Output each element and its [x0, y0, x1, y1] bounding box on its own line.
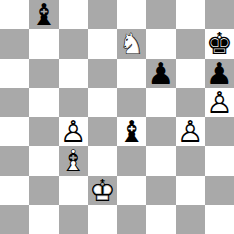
square-b7[interactable]: [29, 29, 58, 58]
square-f8[interactable]: [146, 0, 175, 29]
square-e6[interactable]: [117, 59, 146, 88]
white-pawn: ♙: [205, 88, 234, 117]
white-knight: ♘: [117, 29, 146, 58]
square-c5[interactable]: [59, 88, 88, 117]
square-d4[interactable]: [88, 117, 117, 146]
black-king: ♚: [205, 29, 234, 58]
square-d5[interactable]: [88, 88, 117, 117]
square-e4[interactable]: ♝: [117, 117, 146, 146]
square-a7[interactable]: [0, 29, 29, 58]
square-d6[interactable]: [88, 59, 117, 88]
square-g4[interactable]: ♟♙: [176, 117, 205, 146]
square-h1[interactable]: [205, 205, 234, 234]
white-pawn: ♙: [176, 117, 205, 146]
square-c6[interactable]: [59, 59, 88, 88]
square-f3[interactable]: [146, 146, 175, 175]
square-f1[interactable]: [146, 205, 175, 234]
square-c1[interactable]: [59, 205, 88, 234]
square-h8[interactable]: [205, 0, 234, 29]
square-g7[interactable]: [176, 29, 205, 58]
square-d7[interactable]: [88, 29, 117, 58]
white-bishop-fill: ♝: [59, 146, 88, 175]
square-g2[interactable]: [176, 176, 205, 205]
square-b6[interactable]: [29, 59, 58, 88]
square-h7[interactable]: ♚: [205, 29, 234, 58]
white-king-fill: ♚: [88, 176, 117, 205]
square-h6[interactable]: ♟: [205, 59, 234, 88]
square-e8[interactable]: [117, 0, 146, 29]
square-b8[interactable]: ♝: [29, 0, 58, 29]
white-pawn-fill: ♟: [59, 117, 88, 146]
white-king: ♔: [88, 176, 117, 205]
square-d3[interactable]: [88, 146, 117, 175]
square-f7[interactable]: [146, 29, 175, 58]
square-a1[interactable]: [0, 205, 29, 234]
square-h5[interactable]: ♟♙: [205, 88, 234, 117]
square-b3[interactable]: [29, 146, 58, 175]
chess-board: ♝♞♘♚♟♟♟♙♟♙♝♟♙♝♗♚♔: [0, 0, 234, 234]
white-pawn-fill: ♟: [205, 88, 234, 117]
square-c3[interactable]: ♝♗: [59, 146, 88, 175]
square-e7[interactable]: ♞♘: [117, 29, 146, 58]
square-b4[interactable]: [29, 117, 58, 146]
square-e1[interactable]: [117, 205, 146, 234]
square-e3[interactable]: [117, 146, 146, 175]
square-d1[interactable]: [88, 205, 117, 234]
square-b5[interactable]: [29, 88, 58, 117]
black-bishop: ♝: [117, 117, 146, 146]
square-a4[interactable]: [0, 117, 29, 146]
square-a8[interactable]: [0, 0, 29, 29]
square-c2[interactable]: [59, 176, 88, 205]
square-h3[interactable]: [205, 146, 234, 175]
square-a6[interactable]: [0, 59, 29, 88]
white-pawn: ♙: [59, 117, 88, 146]
square-a5[interactable]: [0, 88, 29, 117]
square-a3[interactable]: [0, 146, 29, 175]
square-h4[interactable]: [205, 117, 234, 146]
square-h2[interactable]: [205, 176, 234, 205]
square-g3[interactable]: [176, 146, 205, 175]
square-b2[interactable]: [29, 176, 58, 205]
square-g5[interactable]: [176, 88, 205, 117]
square-d8[interactable]: [88, 0, 117, 29]
black-pawn: ♟: [146, 59, 175, 88]
square-d2[interactable]: ♚♔: [88, 176, 117, 205]
square-f6[interactable]: ♟: [146, 59, 175, 88]
square-g8[interactable]: [176, 0, 205, 29]
square-f4[interactable]: [146, 117, 175, 146]
square-c4[interactable]: ♟♙: [59, 117, 88, 146]
white-pawn-fill: ♟: [176, 117, 205, 146]
square-g6[interactable]: [176, 59, 205, 88]
white-bishop: ♗: [59, 146, 88, 175]
square-b1[interactable]: [29, 205, 58, 234]
black-pawn: ♟: [205, 59, 234, 88]
square-c8[interactable]: [59, 0, 88, 29]
black-bishop: ♝: [29, 0, 58, 29]
square-a2[interactable]: [0, 176, 29, 205]
square-e5[interactable]: [117, 88, 146, 117]
square-c7[interactable]: [59, 29, 88, 58]
square-f5[interactable]: [146, 88, 175, 117]
square-e2[interactable]: [117, 176, 146, 205]
white-knight-fill: ♞: [117, 29, 146, 58]
square-f2[interactable]: [146, 176, 175, 205]
square-g1[interactable]: [176, 205, 205, 234]
